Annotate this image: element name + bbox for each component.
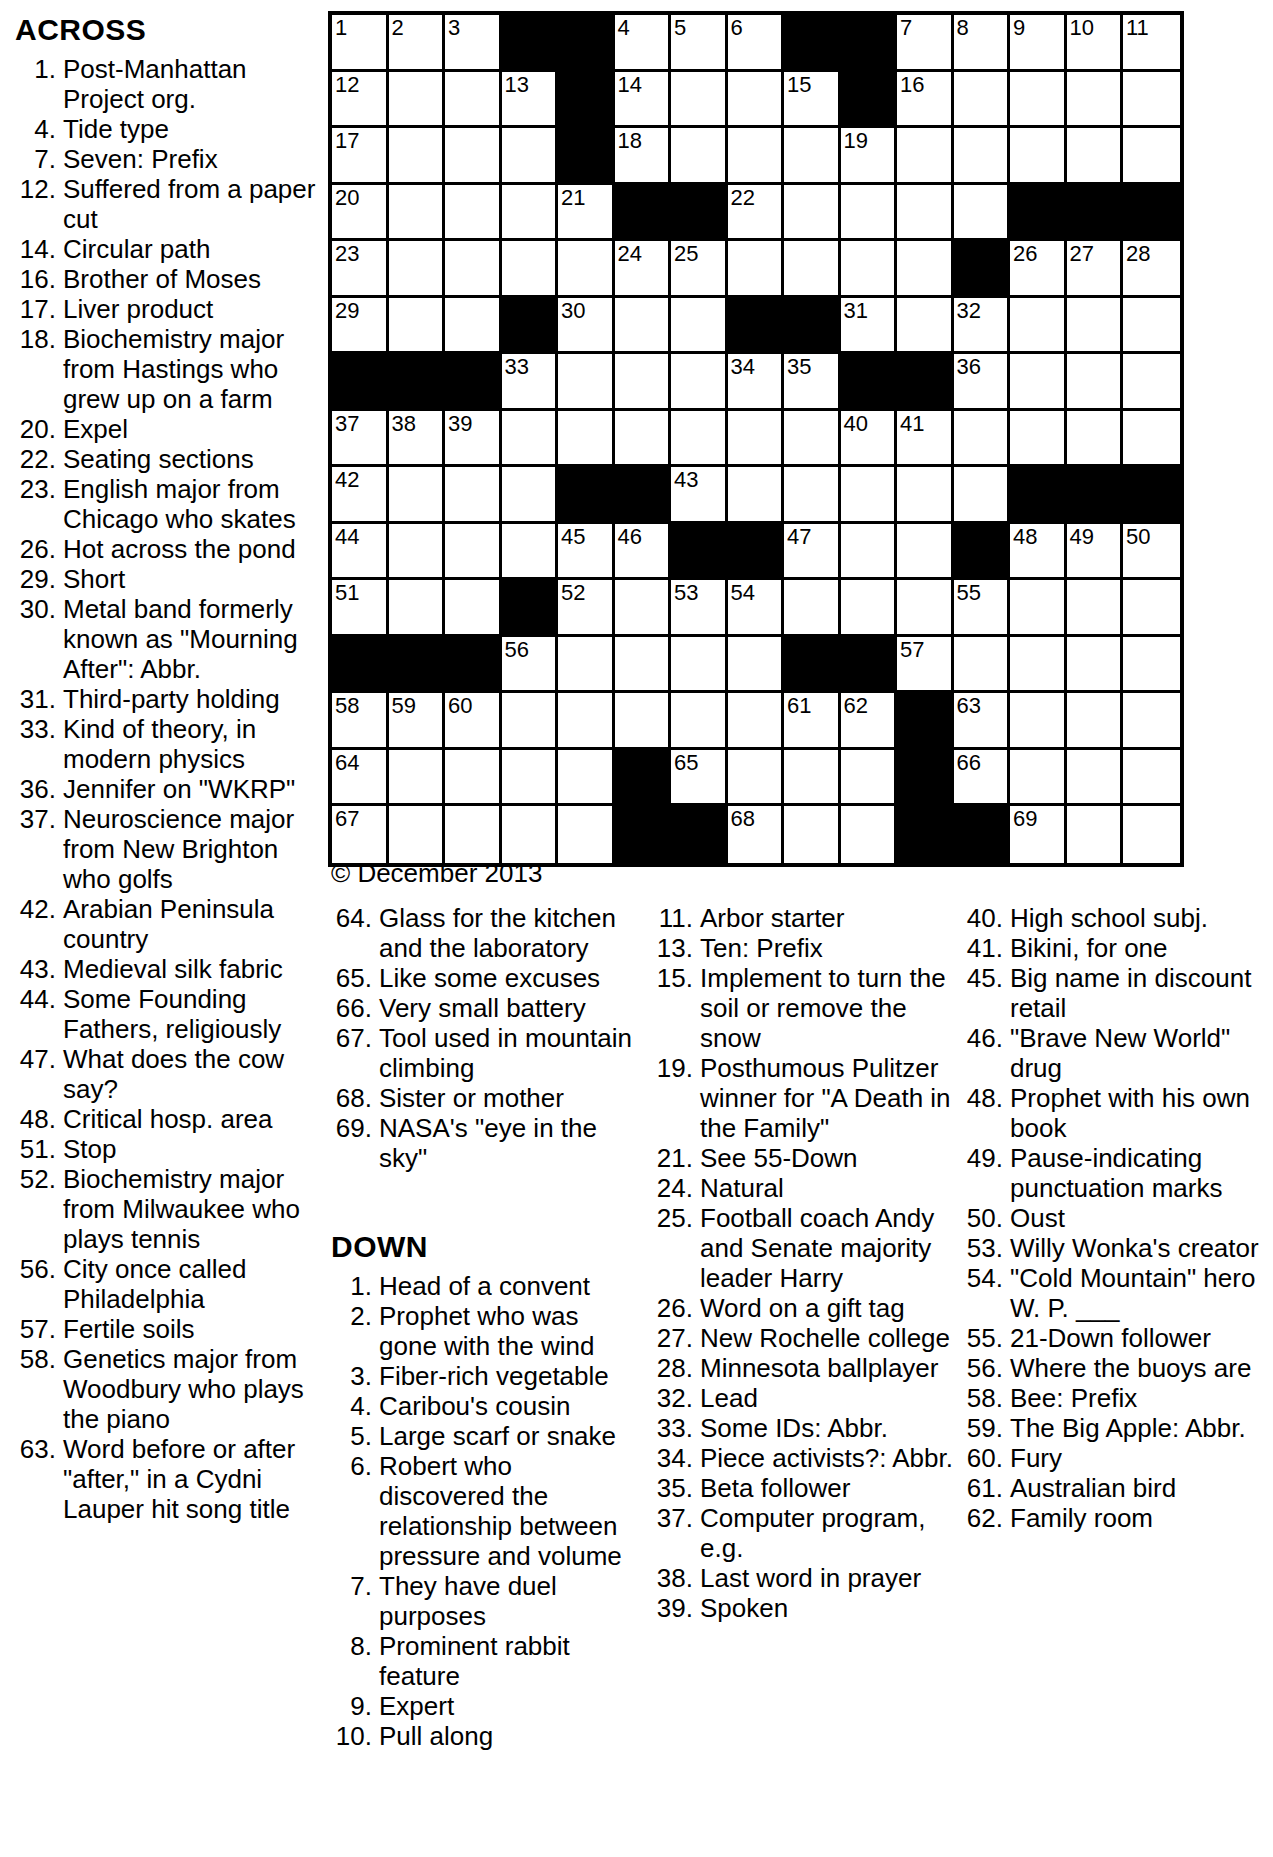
down-clue-37: 37.Computer program, e.g. [652,1503,974,1563]
grid-cell-r8c0[interactable]: 42 [332,467,389,524]
across-clue-31: 31.Third-party holding [15,684,318,714]
down-clue-38: 38.Last word in prayer [652,1563,974,1593]
grid-cell-r10c13[interactable] [1067,580,1124,637]
cell-number-36: 36 [957,354,981,379]
grid-cell-r4c12[interactable]: 26 [1010,241,1067,298]
grid-cell-r8c9[interactable] [841,467,898,524]
grid-cell-r13c1[interactable] [389,750,446,807]
grid-cell-r2c10[interactable] [897,128,954,185]
grid-cell-r10c1[interactable] [389,580,446,637]
grid-cell-r7c5[interactable] [615,411,672,468]
grid-cell-r3c9[interactable] [841,185,898,242]
clue-number: 63. [15,1434,63,1524]
clue-text: See 55-Down [700,1143,974,1173]
clue-text: Head of a convent [379,1271,639,1301]
cell-number-43: 43 [674,467,698,492]
grid-cell-r14c13[interactable] [1067,806,1124,863]
grid-cell-r10c7[interactable]: 54 [728,580,785,637]
grid-cell-r0c6[interactable]: 5 [671,15,728,72]
grid-cell-r3c11[interactable] [954,185,1011,242]
grid-cell-r2c6[interactable] [671,128,728,185]
across-clue-57: 57.Fertile soils [15,1314,318,1344]
grid-cell-r3c0[interactable]: 20 [332,185,389,242]
clue-number: 51. [15,1134,63,1164]
grid-cell-r11c6[interactable] [671,637,728,694]
grid-cell-r13c11[interactable]: 66 [954,750,1011,807]
grid-cell-r4c0[interactable]: 23 [332,241,389,298]
down-clue-6: 6.Robert who discovered the relationship… [331,1451,639,1571]
grid-cell-r2c9[interactable]: 19 [841,128,898,185]
grid-cell-r9c8[interactable]: 47 [784,524,841,581]
grid-cell-r8c3[interactable] [502,467,559,524]
cell-number-6: 6 [731,15,743,40]
grid-cell-r6c6[interactable] [671,354,728,411]
clue-number: 66. [331,993,379,1023]
cell-number-38: 38 [392,411,416,436]
clue-number: 68. [331,1083,379,1113]
grid-cell-r6c8[interactable]: 35 [784,354,841,411]
across-clue-22: 22.Seating sections [15,444,318,474]
grid-cell-r13c7[interactable] [728,750,785,807]
clue-text: Lead [700,1383,974,1413]
grid-cell-r2c2[interactable] [445,128,502,185]
grid-cell-r2c13[interactable] [1067,128,1124,185]
black-cell-r8c4 [558,467,615,524]
grid-cell-r14c4[interactable] [558,806,615,863]
cell-number-61: 61 [787,693,811,718]
down-clue-15: 15.Implement to turn the soil or remove … [652,963,974,1053]
grid-cell-r6c11[interactable]: 36 [954,354,1011,411]
black-cell-r8c14 [1123,467,1180,524]
black-cell-r0c3 [502,15,559,72]
across-clue-29: 29.Short [15,564,318,594]
black-cell-r8c13 [1067,467,1124,524]
grid-cell-r1c0[interactable]: 12 [332,72,389,129]
grid-cell-r5c10[interactable] [897,298,954,355]
down-clue-list-part1: 1.Head of a convent2.Prophet who was gon… [331,1271,639,1751]
clue-text: Australian bird [1010,1473,1267,1503]
grid-cell-r11c13[interactable] [1067,637,1124,694]
clue-text: Implement to turn the soil or remove the… [700,963,974,1053]
grid-cell-r3c2[interactable] [445,185,502,242]
grid-cell-r4c9[interactable] [841,241,898,298]
clue-number: 27. [652,1323,700,1353]
grid-cell-r4c4[interactable] [558,241,615,298]
grid-cell-r3c1[interactable] [389,185,446,242]
clue-text: Pause-indicating punctuation marks [1010,1143,1267,1203]
grid-cell-r4c2[interactable] [445,241,502,298]
clue-number: 57. [15,1314,63,1344]
grid-cell-r9c9[interactable] [841,524,898,581]
grid-cell-r2c11[interactable] [954,128,1011,185]
grid-cell-r11c12[interactable] [1010,637,1067,694]
grid-cell-r11c3[interactable]: 56 [502,637,559,694]
grid-cell-r3c10[interactable] [897,185,954,242]
grid-cell-r10c0[interactable]: 51 [332,580,389,637]
grid-cell-r10c5[interactable] [615,580,672,637]
grid-cell-r12c0[interactable]: 58 [332,693,389,750]
cell-number-44: 44 [335,524,359,549]
grid-cell-r0c7[interactable]: 6 [728,15,785,72]
grid-cell-r3c3[interactable] [502,185,559,242]
black-cell-r5c8 [784,298,841,355]
grid-cell-r5c9[interactable]: 31 [841,298,898,355]
clue-number: 45. [962,963,1010,1023]
down-clue-7: 7.They have duel purposes [331,1571,639,1631]
cell-number-22: 22 [731,185,755,210]
grid-cell-r12c11[interactable]: 63 [954,693,1011,750]
grid-cell-r12c12[interactable] [1010,693,1067,750]
black-cell-r5c3 [502,298,559,355]
grid-cell-r4c8[interactable] [784,241,841,298]
grid-cell-r7c2[interactable]: 39 [445,411,502,468]
grid-cell-r12c8[interactable]: 61 [784,693,841,750]
grid-cell-r14c0[interactable]: 67 [332,806,389,863]
clue-number: 56. [962,1353,1010,1383]
grid-cell-r4c6[interactable]: 25 [671,241,728,298]
across-header: ACROSS [15,12,318,48]
down-clue-33: 33.Some IDs: Abbr. [652,1413,974,1443]
clue-number: 1. [15,54,63,114]
grid-cell-r1c12[interactable] [1010,72,1067,129]
grid-cell-r10c8[interactable] [784,580,841,637]
grid-cell-r11c5[interactable] [615,637,672,694]
grid-cell-r7c3[interactable] [502,411,559,468]
grid-cell-r5c1[interactable] [389,298,446,355]
grid-cell-r1c3[interactable]: 13 [502,72,559,129]
clue-text: Robert who discovered the relationship b… [379,1451,639,1571]
grid-cell-r4c13[interactable]: 27 [1067,241,1124,298]
cell-number-9: 9 [1013,15,1025,40]
black-cell-r6c1 [389,354,446,411]
grid-cell-r2c14[interactable] [1123,128,1180,185]
grid-cell-r8c7[interactable] [728,467,785,524]
clue-text: Glass for the kitchen and the laboratory [379,903,639,963]
across-clue-48: 48.Critical hosp. area [15,1104,318,1134]
grid-cell-r1c13[interactable] [1067,72,1124,129]
grid-cell-r8c8[interactable] [784,467,841,524]
clue-number: 58. [962,1383,1010,1413]
grid-cell-r1c11[interactable] [954,72,1011,129]
grid-cell-r2c3[interactable] [502,128,559,185]
grid-cell-r12c7[interactable] [728,693,785,750]
clue-text: Biochemistry major from Hastings who gre… [63,324,318,414]
grid-cell-r6c5[interactable] [615,354,672,411]
grid-cell-r10c14[interactable] [1123,580,1180,637]
grid-cell-r9c12[interactable]: 48 [1010,524,1067,581]
grid-cell-r2c12[interactable] [1010,128,1067,185]
grid-cell-r4c1[interactable] [389,241,446,298]
grid-cell-r0c0[interactable]: 1 [332,15,389,72]
grid-cell-r6c12[interactable] [1010,354,1067,411]
cell-number-69: 69 [1013,806,1037,831]
grid-cell-r8c1[interactable] [389,467,446,524]
grid-cell-r14c8[interactable] [784,806,841,863]
grid-cell-r6c7[interactable]: 34 [728,354,785,411]
clue-text: Last word in prayer [700,1563,974,1593]
grid-cell-r1c14[interactable] [1123,72,1180,129]
clue-text: Short [63,564,318,594]
across-clue-20: 20.Expel [15,414,318,444]
down-clue-62: 62.Family room [962,1503,1267,1533]
clue-text: Kind of theory, in modern physics [63,714,318,774]
black-cell-r14c10 [897,806,954,863]
clue-number: 26. [652,1293,700,1323]
grid-cell-r10c10[interactable] [897,580,954,637]
grid-cell-r9c14[interactable]: 50 [1123,524,1180,581]
down-clue-59: 59.The Big Apple: Abbr. [962,1413,1267,1443]
clue-text: Genetics major from Woodbury who plays t… [63,1344,318,1434]
cell-number-52: 52 [561,580,585,605]
grid-cell-r1c6[interactable] [671,72,728,129]
grid-cell-r2c0[interactable]: 17 [332,128,389,185]
grid-cell-r12c4[interactable] [558,693,615,750]
grid-cell-r5c6[interactable] [671,298,728,355]
grid-cell-r13c12[interactable] [1010,750,1067,807]
grid-cell-r7c11[interactable] [954,411,1011,468]
grid-cell-r11c4[interactable] [558,637,615,694]
clue-text: Third-party holding [63,684,318,714]
grid-cell-r9c2[interactable] [445,524,502,581]
grid-cell-r12c3[interactable] [502,693,559,750]
grid-cell-r5c5[interactable] [615,298,672,355]
across-clue-4: 4.Tide type [15,114,318,144]
grid-cell-r4c7[interactable] [728,241,785,298]
black-cell-r11c1 [389,637,446,694]
grid-cell-r1c2[interactable] [445,72,502,129]
across-clue-12: 12.Suffered from a paper cut [15,174,318,234]
grid-cell-r2c1[interactable] [389,128,446,185]
black-cell-r6c10 [897,354,954,411]
cell-number-10: 10 [1070,15,1094,40]
grid-cell-r9c4[interactable]: 45 [558,524,615,581]
down-clue-9: 9.Expert [331,1691,639,1721]
grid-cell-r6c14[interactable] [1123,354,1180,411]
across-clue-list-part2: 64.Glass for the kitchen and the laborat… [331,903,639,1173]
across-clue-42: 42.Arabian Peninsula country [15,894,318,954]
grid-cell-r10c4[interactable]: 52 [558,580,615,637]
grid-cell-r5c14[interactable] [1123,298,1180,355]
grid-cell-r12c5[interactable] [615,693,672,750]
grid-cell-r14c3[interactable] [502,806,559,863]
across-clue-65: 65.Like some excuses [331,963,639,993]
grid-cell-r0c14[interactable]: 11 [1123,15,1180,72]
grid-cell-r8c10[interactable] [897,467,954,524]
grid-cell-r7c7[interactable] [728,411,785,468]
grid-cell-r14c2[interactable] [445,806,502,863]
grid-cell-r7c4[interactable] [558,411,615,468]
black-cell-r8c5 [615,467,672,524]
grid-cell-r9c13[interactable]: 49 [1067,524,1124,581]
grid-cell-r7c8[interactable] [784,411,841,468]
grid-cell-r5c2[interactable] [445,298,502,355]
grid-cell-r11c14[interactable] [1123,637,1180,694]
clue-number: 44. [15,984,63,1044]
down-clue-4: 4.Caribou's cousin [331,1391,639,1421]
grid-cell-r13c8[interactable] [784,750,841,807]
grid-cell-r5c12[interactable] [1010,298,1067,355]
down-clue-41: 41.Bikini, for one [962,933,1267,963]
grid-cell-r14c14[interactable] [1123,806,1180,863]
grid-cell-r12c6[interactable] [671,693,728,750]
grid-cell-r13c4[interactable] [558,750,615,807]
clue-text: Brother of Moses [63,264,318,294]
grid-cell-r4c3[interactable] [502,241,559,298]
grid-cell-r7c13[interactable] [1067,411,1124,468]
grid-cell-r5c11[interactable]: 32 [954,298,1011,355]
black-cell-r6c2 [445,354,502,411]
clue-number: 54. [962,1263,1010,1323]
grid-cell-r6c3[interactable]: 33 [502,354,559,411]
grid-cell-r7c12[interactable] [1010,411,1067,468]
grid-cell-r13c9[interactable] [841,750,898,807]
crossword-grid: 1234567891011121314151617181920212223242… [328,11,1184,867]
grid-cell-r11c11[interactable] [954,637,1011,694]
grid-cell-r5c0[interactable]: 29 [332,298,389,355]
grid-cell-r9c5[interactable]: 46 [615,524,672,581]
clue-text: Neuroscience major from New Brighton who… [63,804,318,894]
grid-cell-r0c11[interactable]: 8 [954,15,1011,72]
grid-cell-r1c8[interactable]: 15 [784,72,841,129]
grid-cell-r8c2[interactable] [445,467,502,524]
down-clue-24: 24.Natural [652,1173,974,1203]
grid-cell-r7c10[interactable]: 41 [897,411,954,468]
clue-number: 62. [962,1503,1010,1533]
clue-text: Fiber-rich vegetable [379,1361,639,1391]
grid-cell-r1c10[interactable]: 16 [897,72,954,129]
grid-cell-r12c9[interactable]: 62 [841,693,898,750]
down-clue-21: 21.See 55-Down [652,1143,974,1173]
down-clue-5: 5.Large scarf or snake [331,1421,639,1451]
grid-cell-r13c14[interactable] [1123,750,1180,807]
clue-text: The Big Apple: Abbr. [1010,1413,1267,1443]
down-header: DOWN [331,1229,639,1265]
grid-cell-r13c3[interactable] [502,750,559,807]
cell-number-5: 5 [674,15,686,40]
grid-cell-r11c10[interactable]: 57 [897,637,954,694]
grid-cell-r11c7[interactable] [728,637,785,694]
grid-cell-r9c3[interactable] [502,524,559,581]
grid-cell-r10c9[interactable] [841,580,898,637]
grid-cell-r3c7[interactable]: 22 [728,185,785,242]
clue-text: Jennifer on "WKRP" [63,774,318,804]
grid-cell-r0c2[interactable]: 3 [445,15,502,72]
grid-cell-r2c7[interactable] [728,128,785,185]
grid-cell-r10c2[interactable] [445,580,502,637]
grid-cell-r6c13[interactable] [1067,354,1124,411]
grid-cell-r2c5[interactable]: 18 [615,128,672,185]
clue-text: Word on a gift tag [700,1293,974,1323]
grid-cell-r0c1[interactable]: 2 [389,15,446,72]
down-clue-39: 39.Spoken [652,1593,974,1623]
grid-cell-r13c2[interactable] [445,750,502,807]
grid-cell-r8c6[interactable]: 43 [671,467,728,524]
cell-number-45: 45 [561,524,585,549]
clue-number: 61. [962,1473,1010,1503]
grid-cell-r13c13[interactable] [1067,750,1124,807]
grid-cell-r14c9[interactable] [841,806,898,863]
grid-cell-r7c1[interactable]: 38 [389,411,446,468]
grid-cell-r12c2[interactable]: 60 [445,693,502,750]
cell-number-12: 12 [335,72,359,97]
grid-cell-r10c11[interactable]: 55 [954,580,1011,637]
grid-cell-r9c10[interactable] [897,524,954,581]
grid-cell-r0c10[interactable]: 7 [897,15,954,72]
grid-cell-r9c0[interactable]: 44 [332,524,389,581]
black-cell-r0c4 [558,15,615,72]
clue-number: 33. [15,714,63,774]
black-cell-r14c6 [671,806,728,863]
across-clue-18: 18.Biochemistry major from Hastings who … [15,324,318,414]
grid-cell-r4c10[interactable] [897,241,954,298]
cell-number-11: 11 [1126,15,1149,40]
clue-text: Bikini, for one [1010,933,1267,963]
clue-number: 64. [331,903,379,963]
cell-number-31: 31 [844,298,868,323]
grid-cell-r7c6[interactable] [671,411,728,468]
grid-cell-r0c5[interactable]: 4 [615,15,672,72]
grid-cell-r14c7[interactable]: 68 [728,806,785,863]
grid-cell-r7c9[interactable]: 40 [841,411,898,468]
grid-cell-r13c0[interactable]: 64 [332,750,389,807]
grid-cell-r4c5[interactable]: 24 [615,241,672,298]
cell-number-15: 15 [787,72,811,97]
grid-cell-r3c4[interactable]: 21 [558,185,615,242]
clue-number: 16. [15,264,63,294]
cell-number-42: 42 [335,467,359,492]
cell-number-65: 65 [674,750,698,775]
grid-cell-r6c4[interactable] [558,354,615,411]
grid-cell-r5c13[interactable] [1067,298,1124,355]
grid-cell-r12c14[interactable] [1123,693,1180,750]
grid-cell-r1c7[interactable] [728,72,785,129]
clue-text: 21-Down follower [1010,1323,1267,1353]
clue-number: 2. [331,1301,379,1361]
grid-cell-r1c1[interactable] [389,72,446,129]
grid-cell-r4c14[interactable]: 28 [1123,241,1180,298]
grid-cell-r13c6[interactable]: 65 [671,750,728,807]
grid-cell-r9c1[interactable] [389,524,446,581]
clue-number: 53. [962,1233,1010,1263]
grid-cell-r0c13[interactable]: 10 [1067,15,1124,72]
grid-cell-r2c8[interactable] [784,128,841,185]
grid-cell-r7c0[interactable]: 37 [332,411,389,468]
grid-cell-r8c11[interactable] [954,467,1011,524]
black-cell-r3c13 [1067,185,1124,242]
grid-cell-r7c14[interactable] [1123,411,1180,468]
grid-cell-r10c6[interactable]: 53 [671,580,728,637]
cell-number-25: 25 [674,241,698,266]
cell-number-35: 35 [787,354,811,379]
clue-text: Expel [63,414,318,444]
grid-cell-r0c12[interactable]: 9 [1010,15,1067,72]
grid-cell-r10c12[interactable] [1010,580,1067,637]
down-clue-32: 32.Lead [652,1383,974,1413]
grid-cell-r14c12[interactable]: 69 [1010,806,1067,863]
black-cell-r0c9 [841,15,898,72]
grid-cell-r12c1[interactable]: 59 [389,693,446,750]
grid-cell-r3c8[interactable] [784,185,841,242]
across-clue-68: 68.Sister or mother [331,1083,639,1113]
clue-text: Family room [1010,1503,1267,1533]
clue-text: Where the buoys are [1010,1353,1267,1383]
grid-cell-r1c5[interactable]: 14 [615,72,672,129]
grid-cell-r5c4[interactable]: 30 [558,298,615,355]
grid-cell-r14c1[interactable] [389,806,446,863]
clue-number: 8. [331,1631,379,1691]
across-clue-47: 47.What does the cow say? [15,1044,318,1104]
grid-cell-r12c13[interactable] [1067,693,1124,750]
